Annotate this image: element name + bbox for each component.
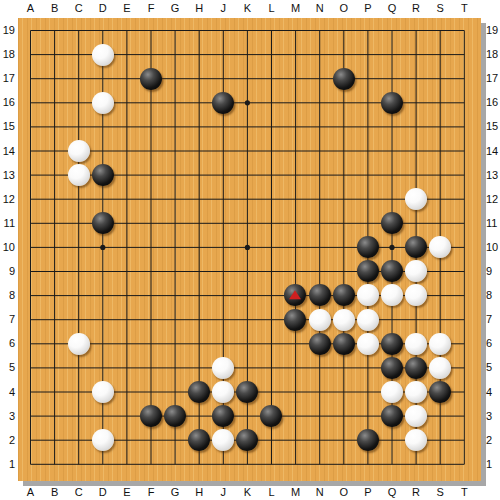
intersection-M4[interactable]: [283, 380, 307, 404]
intersection-L8[interactable]: [259, 283, 283, 307]
intersection-H17[interactable]: [187, 67, 211, 91]
intersection-Q17[interactable]: [380, 67, 404, 91]
intersection-F1[interactable]: [139, 452, 163, 476]
intersection-M1[interactable]: [283, 452, 307, 476]
intersection-O10[interactable]: [332, 235, 356, 259]
intersection-S16[interactable]: [428, 91, 452, 115]
intersection-G19[interactable]: [163, 18, 187, 42]
intersection-J19[interactable]: [211, 18, 235, 42]
intersection-D6[interactable]: [91, 332, 115, 356]
intersection-T2[interactable]: [452, 428, 476, 452]
intersection-G17[interactable]: [163, 67, 187, 91]
intersection-P1[interactable]: [356, 452, 380, 476]
intersection-E13[interactable]: [115, 163, 139, 187]
white-stone[interactable]: [68, 164, 90, 186]
intersection-D7[interactable]: [91, 308, 115, 332]
intersection-N16[interactable]: [308, 91, 332, 115]
intersection-T16[interactable]: [452, 91, 476, 115]
intersection-P17[interactable]: [356, 67, 380, 91]
white-stone[interactable]: [405, 284, 427, 306]
black-stone[interactable]: [164, 405, 186, 427]
intersection-B3[interactable]: [42, 404, 66, 428]
intersection-H11[interactable]: [187, 211, 211, 235]
intersection-N9[interactable]: [308, 259, 332, 283]
intersection-H4[interactable]: [187, 380, 211, 404]
intersection-O8[interactable]: [332, 283, 356, 307]
intersection-O12[interactable]: [332, 187, 356, 211]
intersection-L15[interactable]: [259, 115, 283, 139]
intersection-C9[interactable]: [67, 259, 91, 283]
intersection-F17[interactable]: [139, 67, 163, 91]
intersection-N7[interactable]: [308, 308, 332, 332]
intersection-C5[interactable]: [67, 356, 91, 380]
intersection-S3[interactable]: [428, 404, 452, 428]
intersection-G6[interactable]: [163, 332, 187, 356]
black-stone[interactable]: [309, 333, 331, 355]
intersection-K9[interactable]: [235, 259, 259, 283]
intersection-A16[interactable]: [18, 91, 42, 115]
intersection-R2[interactable]: [404, 428, 428, 452]
intersection-M11[interactable]: [283, 211, 307, 235]
intersection-B12[interactable]: [42, 187, 66, 211]
intersection-P6[interactable]: [356, 332, 380, 356]
intersection-P2[interactable]: [356, 428, 380, 452]
intersection-H15[interactable]: [187, 115, 211, 139]
intersection-L9[interactable]: [259, 259, 283, 283]
intersection-R18[interactable]: [404, 42, 428, 66]
intersection-R7[interactable]: [404, 308, 428, 332]
intersection-F18[interactable]: [139, 42, 163, 66]
intersection-Q8[interactable]: [380, 283, 404, 307]
white-stone[interactable]: [381, 284, 403, 306]
intersection-L3[interactable]: [259, 404, 283, 428]
intersection-J7[interactable]: [211, 308, 235, 332]
intersection-B9[interactable]: [42, 259, 66, 283]
intersection-S4[interactable]: [428, 380, 452, 404]
intersection-K13[interactable]: [235, 163, 259, 187]
intersection-B15[interactable]: [42, 115, 66, 139]
intersection-T13[interactable]: [452, 163, 476, 187]
intersection-G13[interactable]: [163, 163, 187, 187]
intersection-H14[interactable]: [187, 139, 211, 163]
intersection-O1[interactable]: [332, 452, 356, 476]
white-stone[interactable]: [212, 381, 234, 403]
intersection-E1[interactable]: [115, 452, 139, 476]
intersection-N12[interactable]: [308, 187, 332, 211]
intersection-K5[interactable]: [235, 356, 259, 380]
intersection-H12[interactable]: [187, 187, 211, 211]
black-stone[interactable]: [381, 405, 403, 427]
intersection-T10[interactable]: [452, 235, 476, 259]
intersection-F13[interactable]: [139, 163, 163, 187]
intersection-T17[interactable]: [452, 67, 476, 91]
black-stone[interactable]: [381, 260, 403, 282]
intersection-L16[interactable]: [259, 91, 283, 115]
black-stone[interactable]: [405, 236, 427, 258]
intersection-P13[interactable]: [356, 163, 380, 187]
white-stone[interactable]: [68, 140, 90, 162]
intersection-S5[interactable]: [428, 356, 452, 380]
intersection-F15[interactable]: [139, 115, 163, 139]
intersection-A3[interactable]: [18, 404, 42, 428]
intersection-Q6[interactable]: [380, 332, 404, 356]
intersection-R6[interactable]: [404, 332, 428, 356]
white-stone[interactable]: [212, 357, 234, 379]
intersection-J3[interactable]: [211, 404, 235, 428]
intersection-S6[interactable]: [428, 332, 452, 356]
intersection-N10[interactable]: [308, 235, 332, 259]
intersection-M5[interactable]: [283, 356, 307, 380]
black-stone[interactable]: [381, 92, 403, 114]
intersection-Q9[interactable]: [380, 259, 404, 283]
intersection-S19[interactable]: [428, 18, 452, 42]
intersection-O2[interactable]: [332, 428, 356, 452]
intersection-D8[interactable]: [91, 283, 115, 307]
intersection-L10[interactable]: [259, 235, 283, 259]
intersection-A6[interactable]: [18, 332, 42, 356]
intersection-Q10[interactable]: [380, 235, 404, 259]
intersection-S9[interactable]: [428, 259, 452, 283]
intersection-E6[interactable]: [115, 332, 139, 356]
intersection-C17[interactable]: [67, 67, 91, 91]
intersection-B14[interactable]: [42, 139, 66, 163]
intersection-S7[interactable]: [428, 308, 452, 332]
intersection-R12[interactable]: [404, 187, 428, 211]
intersection-N6[interactable]: [308, 332, 332, 356]
intersection-A9[interactable]: [18, 259, 42, 283]
intersection-P11[interactable]: [356, 211, 380, 235]
intersection-P15[interactable]: [356, 115, 380, 139]
intersection-N17[interactable]: [308, 67, 332, 91]
intersection-T18[interactable]: [452, 42, 476, 66]
intersection-B6[interactable]: [42, 332, 66, 356]
intersection-E3[interactable]: [115, 404, 139, 428]
intersection-A17[interactable]: [18, 67, 42, 91]
intersection-K16[interactable]: [235, 91, 259, 115]
intersection-M13[interactable]: [283, 163, 307, 187]
white-stone[interactable]: [405, 429, 427, 451]
intersection-M19[interactable]: [283, 18, 307, 42]
intersection-J9[interactable]: [211, 259, 235, 283]
black-stone[interactable]: [381, 357, 403, 379]
black-stone[interactable]: [284, 309, 306, 331]
intersection-G4[interactable]: [163, 380, 187, 404]
white-stone[interactable]: [68, 333, 90, 355]
intersection-M6[interactable]: [283, 332, 307, 356]
intersection-H10[interactable]: [187, 235, 211, 259]
intersection-B8[interactable]: [42, 283, 66, 307]
intersection-G7[interactable]: [163, 308, 187, 332]
intersection-K3[interactable]: [235, 404, 259, 428]
black-stone[interactable]: [333, 68, 355, 90]
white-stone[interactable]: [357, 284, 379, 306]
intersection-A1[interactable]: [18, 452, 42, 476]
intersection-Q3[interactable]: [380, 404, 404, 428]
black-stone[interactable]: [140, 405, 162, 427]
intersection-G11[interactable]: [163, 211, 187, 235]
intersection-N15[interactable]: [308, 115, 332, 139]
intersection-R9[interactable]: [404, 259, 428, 283]
intersection-F9[interactable]: [139, 259, 163, 283]
intersection-A12[interactable]: [18, 187, 42, 211]
intersection-L1[interactable]: [259, 452, 283, 476]
intersection-F8[interactable]: [139, 283, 163, 307]
white-stone[interactable]: [405, 381, 427, 403]
black-stone[interactable]: [284, 284, 306, 306]
black-stone[interactable]: [188, 381, 210, 403]
intersection-O6[interactable]: [332, 332, 356, 356]
intersection-C13[interactable]: [67, 163, 91, 187]
intersection-B19[interactable]: [42, 18, 66, 42]
intersection-Q4[interactable]: [380, 380, 404, 404]
black-stone[interactable]: [212, 92, 234, 114]
intersection-J17[interactable]: [211, 67, 235, 91]
intersection-C1[interactable]: [67, 452, 91, 476]
intersection-E10[interactable]: [115, 235, 139, 259]
intersection-H3[interactable]: [187, 404, 211, 428]
intersection-T11[interactable]: [452, 211, 476, 235]
intersection-T7[interactable]: [452, 308, 476, 332]
intersection-Q18[interactable]: [380, 42, 404, 66]
intersection-E17[interactable]: [115, 67, 139, 91]
intersection-D12[interactable]: [91, 187, 115, 211]
intersection-N2[interactable]: [308, 428, 332, 452]
intersection-S2[interactable]: [428, 428, 452, 452]
black-stone[interactable]: [381, 333, 403, 355]
intersection-P3[interactable]: [356, 404, 380, 428]
intersection-B11[interactable]: [42, 211, 66, 235]
intersection-D14[interactable]: [91, 139, 115, 163]
intersection-Q12[interactable]: [380, 187, 404, 211]
white-stone[interactable]: [381, 381, 403, 403]
intersection-K17[interactable]: [235, 67, 259, 91]
intersection-E9[interactable]: [115, 259, 139, 283]
intersection-K14[interactable]: [235, 139, 259, 163]
intersection-H19[interactable]: [187, 18, 211, 42]
intersection-D16[interactable]: [91, 91, 115, 115]
black-stone[interactable]: [429, 381, 451, 403]
intersection-L2[interactable]: [259, 428, 283, 452]
intersection-D9[interactable]: [91, 259, 115, 283]
intersection-C6[interactable]: [67, 332, 91, 356]
intersection-Q16[interactable]: [380, 91, 404, 115]
intersection-A10[interactable]: [18, 235, 42, 259]
intersection-M3[interactable]: [283, 404, 307, 428]
intersection-Q5[interactable]: [380, 356, 404, 380]
intersection-L6[interactable]: [259, 332, 283, 356]
intersection-C18[interactable]: [67, 42, 91, 66]
intersection-T14[interactable]: [452, 139, 476, 163]
intersection-C4[interactable]: [67, 380, 91, 404]
intersection-R16[interactable]: [404, 91, 428, 115]
intersection-F3[interactable]: [139, 404, 163, 428]
intersection-C19[interactable]: [67, 18, 91, 42]
intersection-G9[interactable]: [163, 259, 187, 283]
black-stone[interactable]: [357, 429, 379, 451]
intersection-H9[interactable]: [187, 259, 211, 283]
intersection-O14[interactable]: [332, 139, 356, 163]
intersection-H2[interactable]: [187, 428, 211, 452]
intersection-K10[interactable]: [235, 235, 259, 259]
intersection-P19[interactable]: [356, 18, 380, 42]
intersection-J16[interactable]: [211, 91, 235, 115]
white-stone[interactable]: [429, 357, 451, 379]
intersection-J1[interactable]: [211, 452, 235, 476]
intersection-Q1[interactable]: [380, 452, 404, 476]
intersection-N18[interactable]: [308, 42, 332, 66]
intersection-L18[interactable]: [259, 42, 283, 66]
intersection-H13[interactable]: [187, 163, 211, 187]
intersection-C15[interactable]: [67, 115, 91, 139]
intersection-N19[interactable]: [308, 18, 332, 42]
intersection-E4[interactable]: [115, 380, 139, 404]
intersection-A18[interactable]: [18, 42, 42, 66]
intersection-M9[interactable]: [283, 259, 307, 283]
black-stone[interactable]: [405, 357, 427, 379]
intersection-Q7[interactable]: [380, 308, 404, 332]
intersection-G5[interactable]: [163, 356, 187, 380]
intersection-Q2[interactable]: [380, 428, 404, 452]
intersection-J5[interactable]: [211, 356, 235, 380]
intersection-C14[interactable]: [67, 139, 91, 163]
intersection-A15[interactable]: [18, 115, 42, 139]
white-stone[interactable]: [92, 92, 114, 114]
intersection-A14[interactable]: [18, 139, 42, 163]
intersection-K1[interactable]: [235, 452, 259, 476]
intersection-L7[interactable]: [259, 308, 283, 332]
intersection-F19[interactable]: [139, 18, 163, 42]
intersection-H6[interactable]: [187, 332, 211, 356]
intersection-O5[interactable]: [332, 356, 356, 380]
intersection-K8[interactable]: [235, 283, 259, 307]
intersection-J15[interactable]: [211, 115, 235, 139]
intersection-J12[interactable]: [211, 187, 235, 211]
intersection-A4[interactable]: [18, 380, 42, 404]
intersection-T8[interactable]: [452, 283, 476, 307]
intersection-H8[interactable]: [187, 283, 211, 307]
intersection-J8[interactable]: [211, 283, 235, 307]
intersection-B1[interactable]: [42, 452, 66, 476]
intersection-R15[interactable]: [404, 115, 428, 139]
white-stone[interactable]: [309, 309, 331, 331]
white-stone[interactable]: [429, 333, 451, 355]
intersection-T12[interactable]: [452, 187, 476, 211]
intersection-E18[interactable]: [115, 42, 139, 66]
intersection-J10[interactable]: [211, 235, 235, 259]
intersection-D2[interactable]: [91, 428, 115, 452]
intersection-K19[interactable]: [235, 18, 259, 42]
white-stone[interactable]: [405, 260, 427, 282]
intersection-O11[interactable]: [332, 211, 356, 235]
intersection-S8[interactable]: [428, 283, 452, 307]
intersection-M16[interactable]: [283, 91, 307, 115]
intersection-R11[interactable]: [404, 211, 428, 235]
intersection-M14[interactable]: [283, 139, 307, 163]
white-stone[interactable]: [357, 309, 379, 331]
intersection-O13[interactable]: [332, 163, 356, 187]
intersection-M7[interactable]: [283, 308, 307, 332]
intersection-Q13[interactable]: [380, 163, 404, 187]
intersection-R14[interactable]: [404, 139, 428, 163]
intersection-R3[interactable]: [404, 404, 428, 428]
intersection-S12[interactable]: [428, 187, 452, 211]
white-stone[interactable]: [92, 381, 114, 403]
intersection-D10[interactable]: [91, 235, 115, 259]
intersection-G3[interactable]: [163, 404, 187, 428]
intersection-C2[interactable]: [67, 428, 91, 452]
intersection-L14[interactable]: [259, 139, 283, 163]
intersection-A11[interactable]: [18, 211, 42, 235]
intersection-O9[interactable]: [332, 259, 356, 283]
intersection-T19[interactable]: [452, 18, 476, 42]
intersection-S17[interactable]: [428, 67, 452, 91]
intersection-F5[interactable]: [139, 356, 163, 380]
intersection-H18[interactable]: [187, 42, 211, 66]
intersection-N11[interactable]: [308, 211, 332, 235]
intersection-O19[interactable]: [332, 18, 356, 42]
intersection-F14[interactable]: [139, 139, 163, 163]
intersection-D4[interactable]: [91, 380, 115, 404]
black-stone[interactable]: [333, 333, 355, 355]
white-stone[interactable]: [92, 429, 114, 451]
intersection-S11[interactable]: [428, 211, 452, 235]
intersection-A13[interactable]: [18, 163, 42, 187]
intersection-D17[interactable]: [91, 67, 115, 91]
intersection-D19[interactable]: [91, 18, 115, 42]
intersection-L13[interactable]: [259, 163, 283, 187]
intersection-G14[interactable]: [163, 139, 187, 163]
intersection-D1[interactable]: [91, 452, 115, 476]
intersection-R19[interactable]: [404, 18, 428, 42]
intersection-B17[interactable]: [42, 67, 66, 91]
intersection-L17[interactable]: [259, 67, 283, 91]
intersection-B2[interactable]: [42, 428, 66, 452]
intersection-O4[interactable]: [332, 380, 356, 404]
intersection-S10[interactable]: [428, 235, 452, 259]
intersection-J2[interactable]: [211, 428, 235, 452]
intersection-G2[interactable]: [163, 428, 187, 452]
intersection-J14[interactable]: [211, 139, 235, 163]
black-stone[interactable]: [357, 260, 379, 282]
intersection-T3[interactable]: [452, 404, 476, 428]
intersection-B16[interactable]: [42, 91, 66, 115]
intersection-S14[interactable]: [428, 139, 452, 163]
intersection-T15[interactable]: [452, 115, 476, 139]
intersection-N8[interactable]: [308, 283, 332, 307]
intersection-M2[interactable]: [283, 428, 307, 452]
intersection-R13[interactable]: [404, 163, 428, 187]
intersection-B13[interactable]: [42, 163, 66, 187]
white-stone[interactable]: [212, 429, 234, 451]
intersection-E7[interactable]: [115, 308, 139, 332]
intersection-P9[interactable]: [356, 259, 380, 283]
intersection-T9[interactable]: [452, 259, 476, 283]
intersection-J4[interactable]: [211, 380, 235, 404]
intersection-K12[interactable]: [235, 187, 259, 211]
intersection-O17[interactable]: [332, 67, 356, 91]
black-stone[interactable]: [236, 429, 258, 451]
intersection-A2[interactable]: [18, 428, 42, 452]
black-stone[interactable]: [309, 284, 331, 306]
intersection-P5[interactable]: [356, 356, 380, 380]
intersection-Q19[interactable]: [380, 18, 404, 42]
intersection-P8[interactable]: [356, 283, 380, 307]
intersection-S13[interactable]: [428, 163, 452, 187]
intersection-E5[interactable]: [115, 356, 139, 380]
intersection-L4[interactable]: [259, 380, 283, 404]
intersection-P16[interactable]: [356, 91, 380, 115]
black-stone[interactable]: [188, 429, 210, 451]
